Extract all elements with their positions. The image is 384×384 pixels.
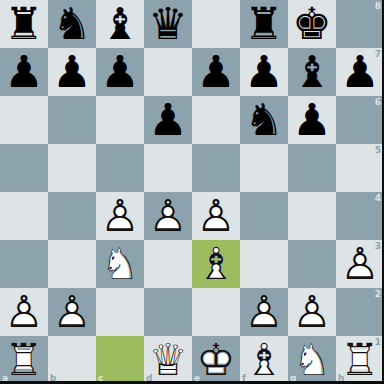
square-g5[interactable] — [288, 144, 336, 192]
square-f4[interactable] — [240, 192, 288, 240]
square-f8[interactable]: ♜ — [240, 0, 288, 48]
square-b2[interactable]: ♟♙ — [48, 288, 96, 336]
piece-white-bishop[interactable]: ♝♗ — [240, 336, 288, 384]
square-e6[interactable] — [192, 96, 240, 144]
square-a4[interactable] — [0, 192, 48, 240]
square-e5[interactable] — [192, 144, 240, 192]
coordinate-rank-8: 8 — [375, 1, 381, 11]
square-a6[interactable] — [0, 96, 48, 144]
square-g8[interactable]: ♚ — [288, 0, 336, 48]
square-b6[interactable] — [48, 96, 96, 144]
square-h7[interactable]: ♟7 — [336, 48, 384, 96]
coordinate-rank-4: 4 — [375, 193, 381, 203]
square-g6[interactable]: ♟ — [288, 96, 336, 144]
square-d6[interactable]: ♟ — [144, 96, 192, 144]
coordinate-rank-2: 2 — [375, 289, 381, 299]
square-e1[interactable]: ♚♔e — [192, 336, 240, 384]
square-a3[interactable] — [0, 240, 48, 288]
piece-black-bishop[interactable]: ♝ — [288, 48, 336, 96]
square-d4[interactable]: ♟♙ — [144, 192, 192, 240]
piece-black-pawn[interactable]: ♟ — [192, 48, 240, 96]
piece-black-pawn[interactable]: ♟ — [96, 48, 144, 96]
square-b4[interactable] — [48, 192, 96, 240]
piece-black-pawn[interactable]: ♟ — [240, 48, 288, 96]
square-d2[interactable] — [144, 288, 192, 336]
square-g4[interactable] — [288, 192, 336, 240]
square-c4[interactable]: ♟♙ — [96, 192, 144, 240]
piece-black-pawn[interactable]: ♟ — [144, 96, 192, 144]
square-g1[interactable]: ♞♘g — [288, 336, 336, 384]
piece-white-pawn[interactable]: ♟♙ — [336, 240, 384, 288]
square-h3[interactable]: ♟♙3 — [336, 240, 384, 288]
piece-black-bishop[interactable]: ♝ — [96, 0, 144, 48]
piece-black-rook[interactable]: ♜ — [240, 0, 288, 48]
square-a2[interactable]: ♟♙ — [0, 288, 48, 336]
square-d7[interactable] — [144, 48, 192, 96]
square-b5[interactable] — [48, 144, 96, 192]
square-g7[interactable]: ♝ — [288, 48, 336, 96]
square-c1[interactable]: c — [96, 336, 144, 384]
piece-white-pawn[interactable]: ♟♙ — [48, 288, 96, 336]
square-b3[interactable] — [48, 240, 96, 288]
square-e3[interactable]: ♝♗ — [192, 240, 240, 288]
piece-black-rook[interactable]: ♜ — [0, 0, 48, 48]
piece-black-knight[interactable]: ♞ — [48, 0, 96, 48]
coordinate-rank-6: 6 — [375, 97, 381, 107]
piece-white-pawn[interactable]: ♟♙ — [240, 288, 288, 336]
square-c8[interactable]: ♝ — [96, 0, 144, 48]
piece-white-pawn[interactable]: ♟♙ — [0, 288, 48, 336]
square-b8[interactable]: ♞ — [48, 0, 96, 48]
piece-outline-layer: ♙ — [240, 288, 288, 336]
square-b1[interactable]: b — [48, 336, 96, 384]
square-c7[interactable]: ♟ — [96, 48, 144, 96]
piece-white-knight[interactable]: ♞♘ — [96, 240, 144, 288]
piece-black-pawn[interactable]: ♟ — [336, 48, 384, 96]
square-f7[interactable]: ♟ — [240, 48, 288, 96]
piece-outline-layer: ♙ — [192, 192, 240, 240]
piece-outline-layer: ♙ — [48, 288, 96, 336]
piece-black-king[interactable]: ♚ — [288, 0, 336, 48]
piece-outline-layer: ♕ — [144, 336, 192, 384]
square-h5[interactable]: 5 — [336, 144, 384, 192]
square-d3[interactable] — [144, 240, 192, 288]
square-f2[interactable]: ♟♙ — [240, 288, 288, 336]
piece-white-rook[interactable]: ♜♖ — [0, 336, 48, 384]
square-h4[interactable]: 4 — [336, 192, 384, 240]
piece-outline-layer: ♙ — [0, 288, 48, 336]
square-a8[interactable]: ♜ — [0, 0, 48, 48]
piece-outline-layer: ♙ — [288, 288, 336, 336]
piece-outline-layer: ♗ — [240, 336, 288, 384]
square-d5[interactable] — [144, 144, 192, 192]
square-f3[interactable] — [240, 240, 288, 288]
piece-white-queen[interactable]: ♛♕ — [144, 336, 192, 384]
square-a5[interactable] — [0, 144, 48, 192]
square-c3[interactable]: ♞♘ — [96, 240, 144, 288]
chess-board-window: ♜♞♝♛♜♚8♟♟♟♟♟♝♟7♟♞♟65♟♙♟♙♟♙4♞♘♝♗♟♙3♟♙♟♙♟♙… — [0, 0, 384, 384]
piece-white-pawn[interactable]: ♟♙ — [288, 288, 336, 336]
square-d8[interactable]: ♛ — [144, 0, 192, 48]
piece-outline-layer: ♖ — [336, 336, 384, 384]
piece-black-queen[interactable]: ♛ — [144, 0, 192, 48]
square-c2[interactable] — [96, 288, 144, 336]
square-g3[interactable] — [288, 240, 336, 288]
square-h8[interactable]: 8 — [336, 0, 384, 48]
piece-white-bishop[interactable]: ♝♗ — [192, 240, 240, 288]
piece-white-pawn[interactable]: ♟♙ — [144, 192, 192, 240]
piece-white-knight[interactable]: ♞♘ — [288, 336, 336, 384]
piece-black-pawn[interactable]: ♟ — [0, 48, 48, 96]
chess-board: ♜♞♝♛♜♚8♟♟♟♟♟♝♟7♟♞♟65♟♙♟♙♟♙4♞♘♝♗♟♙3♟♙♟♙♟♙… — [0, 0, 384, 384]
square-c6[interactable] — [96, 96, 144, 144]
piece-outline-layer: ♘ — [288, 336, 336, 384]
piece-outline-layer: ♙ — [96, 192, 144, 240]
square-f5[interactable] — [240, 144, 288, 192]
piece-black-pawn[interactable]: ♟ — [48, 48, 96, 96]
coordinate-rank-5: 5 — [375, 145, 381, 155]
square-h1[interactable]: ♜♖1h — [336, 336, 384, 384]
square-a7[interactable]: ♟ — [0, 48, 48, 96]
square-c5[interactable] — [96, 144, 144, 192]
piece-black-knight[interactable]: ♞ — [240, 96, 288, 144]
square-f1[interactable]: ♝♗f — [240, 336, 288, 384]
piece-white-rook[interactable]: ♜♖ — [336, 336, 384, 384]
piece-black-pawn[interactable]: ♟ — [288, 96, 336, 144]
piece-white-king[interactable]: ♚♔ — [192, 336, 240, 384]
piece-outline-layer: ♙ — [144, 192, 192, 240]
square-e7[interactable]: ♟ — [192, 48, 240, 96]
piece-outline-layer: ♔ — [192, 336, 240, 384]
square-b7[interactable]: ♟ — [48, 48, 96, 96]
square-e4[interactable]: ♟♙ — [192, 192, 240, 240]
square-h6[interactable]: 6 — [336, 96, 384, 144]
square-g2[interactable]: ♟♙ — [288, 288, 336, 336]
piece-outline-layer: ♘ — [96, 240, 144, 288]
square-a1[interactable]: ♜♖a — [0, 336, 48, 384]
piece-outline-layer: ♖ — [0, 336, 48, 384]
square-d1[interactable]: ♛♕d — [144, 336, 192, 384]
square-h2[interactable]: 2 — [336, 288, 384, 336]
piece-outline-layer: ♗ — [192, 240, 240, 288]
piece-outline-layer: ♙ — [336, 240, 384, 288]
piece-white-pawn[interactable]: ♟♙ — [96, 192, 144, 240]
square-e8[interactable] — [192, 0, 240, 48]
square-f6[interactable]: ♞ — [240, 96, 288, 144]
piece-white-pawn[interactable]: ♟♙ — [192, 192, 240, 240]
square-e2[interactable] — [192, 288, 240, 336]
